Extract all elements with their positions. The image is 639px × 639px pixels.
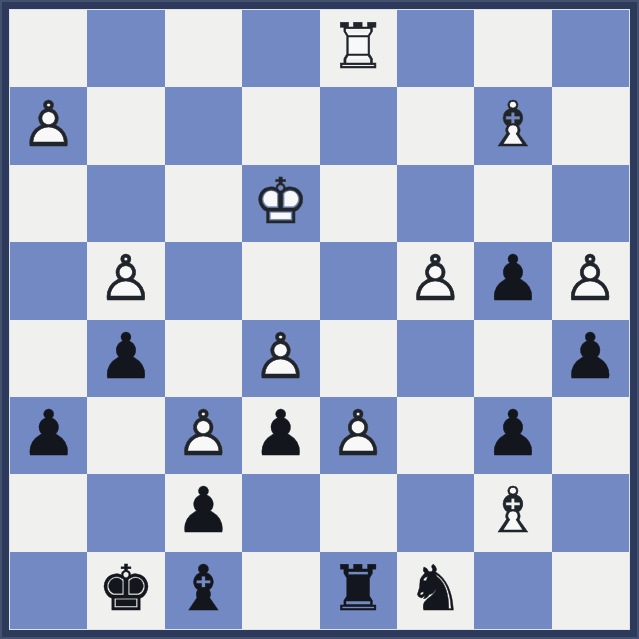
square-h3[interactable] — [552, 397, 629, 474]
chess-board: ♜♖♟♙♝♗♚♔♟♙♟♙♟♟♙♟♟♙♟♟♟♙♟♟♙♟♟♝♗♚♝♜♞ — [10, 10, 629, 629]
square-e6[interactable] — [320, 165, 397, 242]
square-g5[interactable]: ♟ — [474, 242, 551, 319]
square-b7[interactable] — [87, 87, 164, 164]
square-a3[interactable]: ♟ — [10, 397, 87, 474]
square-h7[interactable] — [552, 87, 629, 164]
bishop-glyph-fill: ♝ — [474, 472, 551, 549]
square-a6[interactable] — [10, 165, 87, 242]
king-glyph-fill: ♚ — [242, 163, 319, 240]
piece-black-pawn[interactable]: ♟ — [552, 320, 629, 397]
pawn-glyph: ♟ — [10, 395, 87, 472]
pawn-glyph: ♟ — [87, 318, 164, 395]
square-c6[interactable] — [165, 165, 242, 242]
pawn-glyph-fill: ♟ — [320, 395, 397, 472]
pawn-glyph: ♟ — [474, 395, 551, 472]
square-c3[interactable]: ♟♙ — [165, 397, 242, 474]
square-a2[interactable] — [10, 474, 87, 551]
pawn-glyph-outline: ♙ — [10, 85, 87, 162]
pawn-glyph-outline: ♙ — [242, 318, 319, 395]
square-c5[interactable] — [165, 242, 242, 319]
pawn-glyph-fill: ♟ — [87, 240, 164, 317]
square-g7[interactable]: ♝♗ — [474, 87, 551, 164]
piece-white-rook[interactable]: ♜♖ — [320, 10, 397, 87]
bishop-glyph-outline: ♗ — [474, 472, 551, 549]
square-h5[interactable]: ♟♙ — [552, 242, 629, 319]
piece-black-knight[interactable]: ♞ — [397, 552, 474, 629]
square-h4[interactable]: ♟ — [552, 320, 629, 397]
piece-black-pawn[interactable]: ♟ — [10, 397, 87, 474]
square-d1[interactable] — [242, 552, 319, 629]
square-b6[interactable] — [87, 165, 164, 242]
pawn-glyph: ♟ — [552, 318, 629, 395]
square-a7[interactable]: ♟♙ — [10, 87, 87, 164]
square-d5[interactable] — [242, 242, 319, 319]
pawn-glyph: ♟ — [242, 395, 319, 472]
bishop-glyph-outline: ♗ — [474, 85, 551, 162]
square-a1[interactable] — [10, 552, 87, 629]
piece-white-pawn[interactable]: ♟♙ — [397, 242, 474, 319]
pawn-glyph-outline: ♙ — [397, 240, 474, 317]
square-g6[interactable] — [474, 165, 551, 242]
square-b5[interactable]: ♟♙ — [87, 242, 164, 319]
king-glyph-outline: ♔ — [242, 163, 319, 240]
piece-white-pawn[interactable]: ♟♙ — [165, 397, 242, 474]
knight-glyph: ♞ — [397, 550, 474, 627]
square-c2[interactable]: ♟ — [165, 474, 242, 551]
square-a8[interactable] — [10, 10, 87, 87]
square-f8[interactable] — [397, 10, 474, 87]
square-e1[interactable]: ♜ — [320, 552, 397, 629]
rook-glyph-outline: ♖ — [320, 8, 397, 85]
square-a4[interactable] — [10, 320, 87, 397]
piece-black-bishop[interactable]: ♝ — [165, 552, 242, 629]
board-inner-line: ♜♖♟♙♝♗♚♔♟♙♟♙♟♟♙♟♟♙♟♟♟♙♟♟♙♟♟♝♗♚♝♜♞ — [9, 9, 630, 630]
piece-white-bishop[interactable]: ♝♗ — [474, 87, 551, 164]
square-c4[interactable] — [165, 320, 242, 397]
square-b2[interactable] — [87, 474, 164, 551]
piece-white-pawn[interactable]: ♟♙ — [552, 242, 629, 319]
piece-black-pawn[interactable]: ♟ — [165, 474, 242, 551]
square-d8[interactable] — [242, 10, 319, 87]
pawn-glyph-outline: ♙ — [552, 240, 629, 317]
board-frame: ♜♖♟♙♝♗♚♔♟♙♟♙♟♟♙♟♟♙♟♟♟♙♟♟♙♟♟♝♗♚♝♜♞ — [0, 0, 639, 639]
square-g2[interactable]: ♝♗ — [474, 474, 551, 551]
pawn-glyph: ♟ — [165, 472, 242, 549]
square-e8[interactable]: ♜♖ — [320, 10, 397, 87]
square-g1[interactable] — [474, 552, 551, 629]
piece-white-pawn[interactable]: ♟♙ — [242, 320, 319, 397]
square-c8[interactable] — [165, 10, 242, 87]
piece-white-king[interactable]: ♚♔ — [242, 165, 319, 242]
piece-black-pawn[interactable]: ♟ — [87, 320, 164, 397]
pawn-glyph-fill: ♟ — [242, 318, 319, 395]
pawn-glyph-outline: ♙ — [165, 395, 242, 472]
square-f7[interactable] — [397, 87, 474, 164]
pawn-glyph: ♟ — [474, 240, 551, 317]
piece-black-pawn[interactable]: ♟ — [474, 397, 551, 474]
piece-white-pawn[interactable]: ♟♙ — [10, 87, 87, 164]
pawn-glyph-fill: ♟ — [165, 395, 242, 472]
square-f3[interactable] — [397, 397, 474, 474]
square-d4[interactable]: ♟♙ — [242, 320, 319, 397]
pawn-glyph-fill: ♟ — [397, 240, 474, 317]
square-e3[interactable]: ♟♙ — [320, 397, 397, 474]
piece-white-pawn[interactable]: ♟♙ — [320, 397, 397, 474]
square-e4[interactable] — [320, 320, 397, 397]
square-d2[interactable] — [242, 474, 319, 551]
square-h2[interactable] — [552, 474, 629, 551]
square-b3[interactable] — [87, 397, 164, 474]
square-c7[interactable] — [165, 87, 242, 164]
square-e7[interactable] — [320, 87, 397, 164]
bishop-glyph: ♝ — [165, 550, 242, 627]
king-glyph: ♚ — [87, 550, 164, 627]
square-f6[interactable] — [397, 165, 474, 242]
square-b1[interactable]: ♚ — [87, 552, 164, 629]
square-b4[interactable]: ♟ — [87, 320, 164, 397]
piece-black-king[interactable]: ♚ — [87, 552, 164, 629]
piece-black-rook[interactable]: ♜ — [320, 552, 397, 629]
pawn-glyph-outline: ♙ — [320, 395, 397, 472]
square-d3[interactable]: ♟ — [242, 397, 319, 474]
square-h6[interactable] — [552, 165, 629, 242]
piece-white-bishop[interactable]: ♝♗ — [474, 474, 551, 551]
square-g3[interactable]: ♟ — [474, 397, 551, 474]
square-h8[interactable] — [552, 10, 629, 87]
rook-glyph: ♜ — [320, 550, 397, 627]
square-e2[interactable] — [320, 474, 397, 551]
pawn-glyph-fill: ♟ — [10, 85, 87, 162]
pawn-glyph-outline: ♙ — [87, 240, 164, 317]
rook-glyph-fill: ♜ — [320, 8, 397, 85]
piece-white-pawn[interactable]: ♟♙ — [87, 242, 164, 319]
square-g8[interactable] — [474, 10, 551, 87]
square-h1[interactable] — [552, 552, 629, 629]
piece-black-pawn[interactable]: ♟ — [474, 242, 551, 319]
square-f1[interactable]: ♞ — [397, 552, 474, 629]
square-b8[interactable] — [87, 10, 164, 87]
square-c1[interactable]: ♝ — [165, 552, 242, 629]
pawn-glyph-fill: ♟ — [552, 240, 629, 317]
square-d7[interactable] — [242, 87, 319, 164]
bishop-glyph-fill: ♝ — [474, 85, 551, 162]
square-f2[interactable] — [397, 474, 474, 551]
piece-black-pawn[interactable]: ♟ — [242, 397, 319, 474]
square-g4[interactable] — [474, 320, 551, 397]
square-d6[interactable]: ♚♔ — [242, 165, 319, 242]
square-e5[interactable] — [320, 242, 397, 319]
square-f5[interactable]: ♟♙ — [397, 242, 474, 319]
square-f4[interactable] — [397, 320, 474, 397]
square-a5[interactable] — [10, 242, 87, 319]
